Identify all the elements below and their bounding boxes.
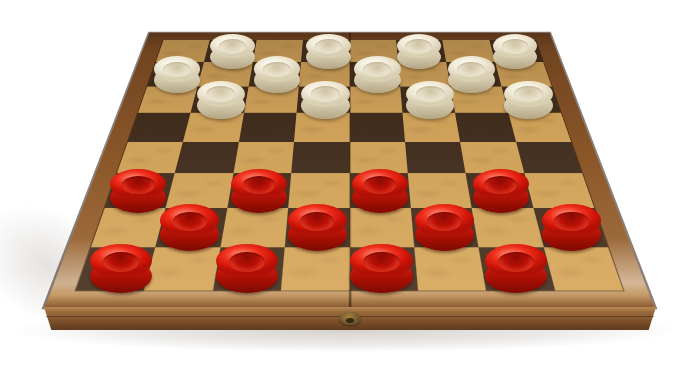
board-square-light[interactable] [144,247,220,290]
board-square-dark[interactable] [350,113,405,142]
board-square-light[interactable] [524,173,594,208]
white-checker-face: ⛀ [210,34,255,59]
checker-piece-red[interactable]: ⛂ [415,204,474,251]
board-square-light[interactable] [350,208,415,247]
white-checker-face: ⛀ [448,56,495,82]
checker-piece-red[interactable]: ⛂ [485,244,547,293]
checker-piece-white[interactable]: ⛀ [504,81,553,119]
checker-piece-red[interactable]: ⛂ [473,169,529,213]
white-checker-face: ⛀ [254,56,301,82]
board-square-light[interactable] [91,208,166,247]
white-checker-face: ⛀ [301,81,350,108]
checker-piece-red[interactable]: ⛂ [231,169,287,213]
red-checker-face: ⛂ [288,204,347,237]
checker-piece-red[interactable]: ⛂ [288,204,347,251]
board-square-light[interactable] [408,173,472,208]
checker-piece-white[interactable]: ⛀ [254,56,301,93]
board-square-light[interactable] [166,173,233,208]
red-checker-face: ⛂ [473,169,529,200]
board-square-dark[interactable] [239,113,297,142]
white-checker-face: ⛀ [354,56,401,82]
checker-piece-red[interactable]: ⛂ [352,169,408,213]
white-checker-face: ⛀ [197,81,246,108]
checker-piece-white[interactable]: ⛀ [154,56,201,93]
red-checker-face: ⛂ [350,244,412,278]
white-checker-face: ⛀ [154,56,201,82]
checkers-photo-scene: ⛀⛀⛀⛀⛀⛀⛀⛀⛀⛀⛀⛀⛂⛂⛂⛂⛂⛂⛂⛂⛂⛂⛂⛂ [0,0,700,366]
board-square-dark[interactable] [291,142,349,174]
red-checker-face: ⛂ [415,204,474,237]
checker-piece-red[interactable]: ⛂ [216,244,278,293]
brass-clasp [339,312,361,325]
checker-piece-white[interactable]: ⛀ [493,34,538,69]
red-checker-face: ⛂ [231,169,287,200]
board-square-light[interactable] [414,247,486,290]
checker-piece-white[interactable]: ⛀ [210,34,255,69]
board-square-dark[interactable] [128,113,191,142]
board-square-light[interactable] [543,247,623,290]
board-square-dark[interactable] [175,142,239,174]
board-square-light[interactable] [281,247,349,290]
checker-piece-white[interactable]: ⛀ [354,56,401,93]
checker-piece-white[interactable]: ⛀ [306,34,351,69]
checker-piece-red[interactable]: ⛂ [350,244,412,293]
white-checker-face: ⛀ [504,81,553,108]
red-checker-face: ⛂ [90,244,152,278]
board-square-light[interactable] [220,208,288,247]
checker-piece-white[interactable]: ⛀ [397,34,442,69]
checker-piece-red[interactable]: ⛂ [90,244,152,293]
red-checker-face: ⛂ [160,204,219,237]
checker-piece-white[interactable]: ⛀ [197,81,246,119]
checker-piece-white[interactable]: ⛀ [448,56,495,93]
checker-piece-white[interactable]: ⛀ [301,81,350,119]
checker-piece-red[interactable]: ⛂ [542,204,601,251]
checker-piece-white[interactable]: ⛀ [406,81,455,119]
board-square-dark[interactable] [405,142,466,174]
board-square-light[interactable] [288,173,349,208]
board-square-light[interactable] [472,208,543,247]
red-checker-face: ⛂ [352,169,408,200]
checker-piece-red[interactable]: ⛂ [160,204,219,251]
red-checker-face: ⛂ [542,204,601,237]
checker-piece-red[interactable]: ⛂ [110,169,166,213]
